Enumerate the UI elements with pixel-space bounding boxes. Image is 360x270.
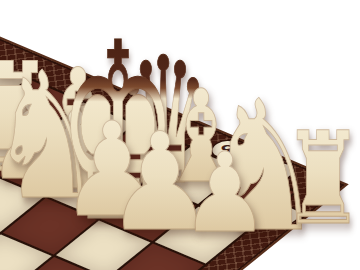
chess-piece-pawn: ♟ <box>181 138 270 248</box>
chess-piece-rook: ♜ <box>282 115 360 243</box>
chess-set-photo: 5 6 7 ♜ ♞ ♟ ♝ ♟ ♚ ♟ ♛ ♟ ♝ ♟ ♞ ♜ <box>0 0 360 270</box>
